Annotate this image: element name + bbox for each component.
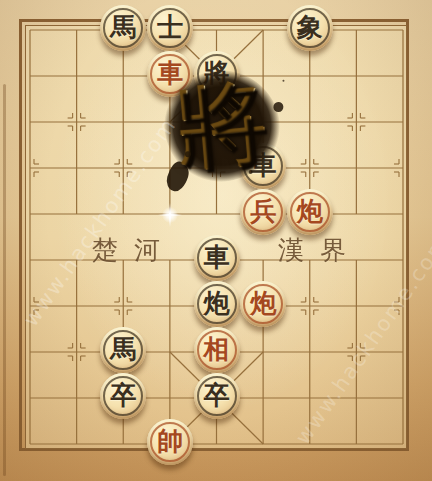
black-soldier[interactable]: 卒 [100,373,146,419]
piece-glyph: 卒 [204,382,230,408]
river-label-right: 漢界 [278,233,362,268]
piece-glyph: 炮 [297,198,323,224]
sparkle-effect [162,207,178,223]
black-cannon[interactable]: 炮 [194,281,240,327]
red-general[interactable]: 帥 [147,419,193,465]
piece-glyph: 帥 [157,428,183,454]
piece-glyph: 兵 [250,198,276,224]
red-cannon[interactable]: 炮 [240,281,286,327]
piece-glyph: 馬 [110,14,136,40]
sparkle-glow [162,207,178,223]
piece-glyph: 士 [157,14,183,40]
piece-glyph: 車 [204,244,230,270]
check-text: 將 [172,76,272,176]
red-soldier[interactable]: 兵 [240,189,286,235]
black-horse[interactable]: 馬 [100,327,146,373]
piece-glyph: 炮 [204,290,230,316]
piece-glyph: 炮 [250,290,276,316]
piece-glyph: 象 [297,14,323,40]
black-soldier[interactable]: 卒 [194,373,240,419]
black-chariot[interactable]: 車 [194,235,240,281]
river-label-left: 楚河 [92,233,176,268]
red-cannon[interactable]: 炮 [287,189,333,235]
xiangqi-board-screen: 楚河 漢界 馬士象車將車兵炮車炮炮馬相卒卒帥 將 www.hackhome.co… [0,0,432,481]
piece-glyph: 卒 [110,382,136,408]
black-elephant[interactable]: 象 [287,5,333,51]
red-elephant[interactable]: 相 [194,327,240,373]
black-horse[interactable]: 馬 [100,5,146,51]
piece-glyph: 馬 [110,336,136,362]
piece-glyph: 相 [204,336,230,362]
black-advisor[interactable]: 士 [147,5,193,51]
check-announcement-overlay: 將 [162,68,282,184]
